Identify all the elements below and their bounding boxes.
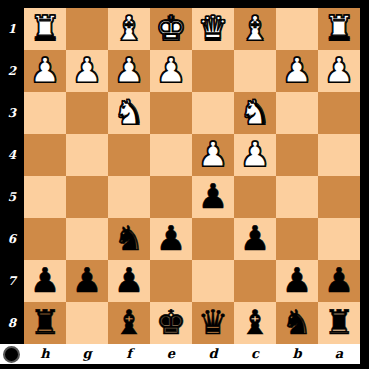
square-f7[interactable]: ♟: [108, 260, 150, 302]
white-pawn-icon: ♟: [24, 50, 66, 92]
file-label-c: c: [234, 344, 276, 364]
square-d1[interactable]: ♛: [192, 8, 234, 50]
square-c7[interactable]: [234, 260, 276, 302]
rank-label-2: 2: [0, 50, 24, 92]
rank-labels: 12345678: [0, 8, 24, 344]
square-b1[interactable]: [276, 8, 318, 50]
black-rook-icon: ♜: [318, 302, 360, 344]
square-c8[interactable]: ♝: [234, 302, 276, 344]
square-b8[interactable]: ♞: [276, 302, 318, 344]
square-h5[interactable]: [24, 176, 66, 218]
square-e1[interactable]: ♚: [150, 8, 192, 50]
square-c4[interactable]: ♟: [234, 134, 276, 176]
square-c3[interactable]: ♞: [234, 92, 276, 134]
square-e8[interactable]: ♚: [150, 302, 192, 344]
black-to-move-indicator-icon: [3, 346, 20, 363]
file-label-b: b: [276, 344, 318, 364]
square-h1[interactable]: ♜: [24, 8, 66, 50]
square-a7[interactable]: ♟: [318, 260, 360, 302]
white-pawn-icon: ♟: [234, 134, 276, 176]
square-f2[interactable]: ♟: [108, 50, 150, 92]
black-queen-icon: ♛: [192, 302, 234, 344]
white-pawn-icon: ♟: [318, 50, 360, 92]
square-c1[interactable]: ♝: [234, 8, 276, 50]
square-h7[interactable]: ♟: [24, 260, 66, 302]
white-pawn-icon: ♟: [276, 50, 318, 92]
square-d7[interactable]: [192, 260, 234, 302]
white-knight-icon: ♞: [108, 92, 150, 134]
square-g6[interactable]: [66, 218, 108, 260]
square-a1[interactable]: ♜: [318, 8, 360, 50]
square-b4[interactable]: [276, 134, 318, 176]
square-e2[interactable]: ♟: [150, 50, 192, 92]
square-a2[interactable]: ♟: [318, 50, 360, 92]
white-queen-icon: ♛: [192, 8, 234, 50]
square-e5[interactable]: [150, 176, 192, 218]
square-a5[interactable]: [318, 176, 360, 218]
white-pawn-icon: ♟: [150, 50, 192, 92]
square-f5[interactable]: [108, 176, 150, 218]
square-e4[interactable]: [150, 134, 192, 176]
file-label-f: f: [108, 344, 150, 364]
rank-label-5: 5: [0, 176, 24, 218]
square-d4[interactable]: ♟: [192, 134, 234, 176]
white-bishop-icon: ♝: [108, 8, 150, 50]
file-label-e: e: [150, 344, 192, 364]
rank-label-1: 1: [0, 8, 24, 50]
square-g8[interactable]: [66, 302, 108, 344]
square-g1[interactable]: [66, 8, 108, 50]
square-a4[interactable]: [318, 134, 360, 176]
black-king-icon: ♚: [150, 302, 192, 344]
black-pawn-icon: ♟: [150, 218, 192, 260]
white-rook-icon: ♜: [24, 8, 66, 50]
square-h8[interactable]: ♜: [24, 302, 66, 344]
square-c2[interactable]: [234, 50, 276, 92]
square-f3[interactable]: ♞: [108, 92, 150, 134]
square-f4[interactable]: [108, 134, 150, 176]
black-bishop-icon: ♝: [234, 302, 276, 344]
square-g7[interactable]: ♟: [66, 260, 108, 302]
file-label-g: g: [66, 344, 108, 364]
black-pawn-icon: ♟: [234, 218, 276, 260]
square-b2[interactable]: ♟: [276, 50, 318, 92]
chess-diagram: 12345678 ♜♝♚♛♝♜♟♟♟♟♟♟♞♞♟♟♟♞♟♟♟♟♟♟♟♜♝♚♛♝♞…: [0, 0, 369, 369]
square-b6[interactable]: [276, 218, 318, 260]
square-d6[interactable]: [192, 218, 234, 260]
square-h2[interactable]: ♟: [24, 50, 66, 92]
black-pawn-icon: ♟: [66, 260, 108, 302]
white-bishop-icon: ♝: [234, 8, 276, 50]
square-b3[interactable]: [276, 92, 318, 134]
square-h4[interactable]: [24, 134, 66, 176]
rank-label-3: 3: [0, 92, 24, 134]
square-g3[interactable]: [66, 92, 108, 134]
black-bishop-icon: ♝: [108, 302, 150, 344]
black-knight-icon: ♞: [108, 218, 150, 260]
white-pawn-icon: ♟: [108, 50, 150, 92]
white-king-icon: ♚: [150, 8, 192, 50]
file-label-a: a: [318, 344, 360, 364]
black-pawn-icon: ♟: [108, 260, 150, 302]
square-c6[interactable]: ♟: [234, 218, 276, 260]
black-knight-icon: ♞: [276, 302, 318, 344]
square-e3[interactable]: [150, 92, 192, 134]
square-e7[interactable]: [150, 260, 192, 302]
file-label-d: d: [192, 344, 234, 364]
square-a8[interactable]: ♜: [318, 302, 360, 344]
black-pawn-icon: ♟: [276, 260, 318, 302]
rank-label-8: 8: [0, 302, 24, 344]
square-d5[interactable]: ♟: [192, 176, 234, 218]
white-pawn-icon: ♟: [192, 134, 234, 176]
rank-label-7: 7: [0, 260, 24, 302]
square-a3[interactable]: [318, 92, 360, 134]
square-h6[interactable]: [24, 218, 66, 260]
square-d8[interactable]: ♛: [192, 302, 234, 344]
black-pawn-icon: ♟: [318, 260, 360, 302]
white-rook-icon: ♜: [318, 8, 360, 50]
square-b7[interactable]: ♟: [276, 260, 318, 302]
black-pawn-icon: ♟: [192, 176, 234, 218]
square-b5[interactable]: [276, 176, 318, 218]
square-f6[interactable]: ♞: [108, 218, 150, 260]
black-pawn-icon: ♟: [24, 260, 66, 302]
square-c5[interactable]: [234, 176, 276, 218]
square-g5[interactable]: [66, 176, 108, 218]
square-a6[interactable]: [318, 218, 360, 260]
file-labels: hgfedcba: [0, 344, 360, 364]
square-f1[interactable]: ♝: [108, 8, 150, 50]
file-label-h: h: [24, 344, 66, 364]
rank-label-6: 6: [0, 218, 24, 260]
chess-board: ♜♝♚♛♝♜♟♟♟♟♟♟♞♞♟♟♟♞♟♟♟♟♟♟♟♜♝♚♛♝♞♜: [24, 8, 360, 344]
square-d3[interactable]: [192, 92, 234, 134]
square-e6[interactable]: ♟: [150, 218, 192, 260]
black-rook-icon: ♜: [24, 302, 66, 344]
square-g2[interactable]: ♟: [66, 50, 108, 92]
rank-label-4: 4: [0, 134, 24, 176]
white-pawn-icon: ♟: [66, 50, 108, 92]
square-d2[interactable]: [192, 50, 234, 92]
square-h3[interactable]: [24, 92, 66, 134]
square-g4[interactable]: [66, 134, 108, 176]
square-f8[interactable]: ♝: [108, 302, 150, 344]
white-knight-icon: ♞: [234, 92, 276, 134]
